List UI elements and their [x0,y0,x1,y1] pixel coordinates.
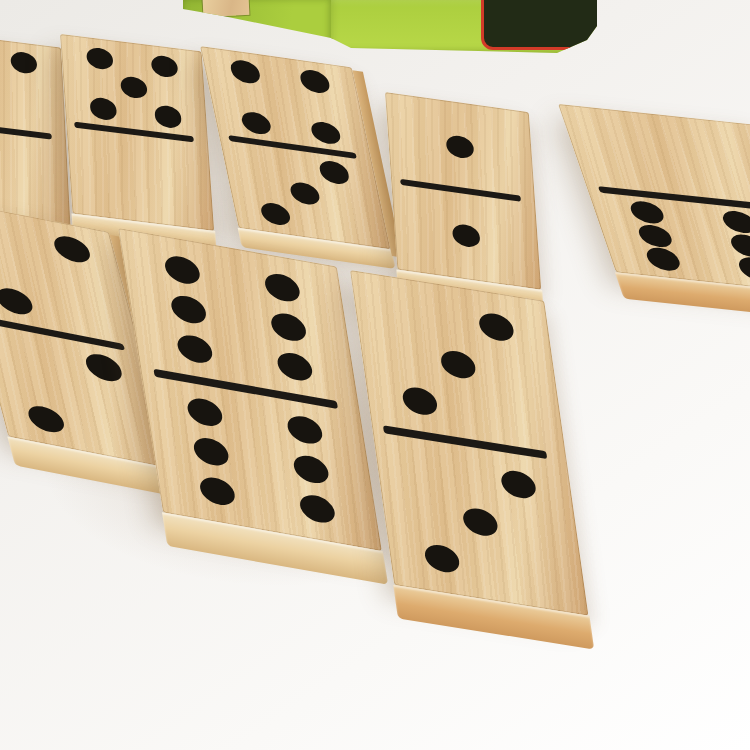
domino-5-0[interactable] [60,34,214,231]
pip [423,542,461,574]
domino-1-1[interactable] [385,92,541,290]
pip [719,209,750,235]
pip [276,351,315,384]
photo-scene: back row L-R: 2|0, 5|0, 4|3, 1|1, 0|6 ; … [0,0,750,750]
pip [736,256,750,282]
dominoes-layer [0,0,750,750]
pip [452,222,481,248]
pip [298,493,337,526]
pip [240,110,273,136]
pip [192,435,231,468]
pip [446,134,475,160]
domino-4-3[interactable] [200,46,390,249]
pip [151,54,179,78]
domino-3-3[interactable] [350,270,588,616]
pip [175,333,214,366]
pip [120,75,148,99]
domino-2-0[interactable] [0,30,71,229]
pip [229,59,262,85]
pip [401,385,439,417]
pip [89,96,117,120]
pip [439,348,477,380]
pip [259,201,292,227]
pip [82,352,124,384]
pip [163,253,202,286]
pip [309,120,342,146]
pip [169,293,208,326]
pip [86,46,114,70]
pip [644,247,684,273]
pip [478,311,516,343]
pip [318,160,351,186]
pip [636,223,676,249]
pip [727,233,750,259]
pip [288,180,321,206]
pip [185,396,224,429]
pip [51,233,93,265]
pip [627,199,667,225]
pip [10,51,37,76]
pip [0,285,35,317]
pip [461,505,499,537]
pip [198,475,237,508]
domino-6-6[interactable] [118,228,382,551]
half-top [0,30,66,138]
pip [500,468,538,500]
domino-0-6[interactable] [558,104,750,293]
pip [263,271,302,304]
pip [298,69,331,95]
pip [25,403,67,435]
pip [286,413,325,446]
pip [154,104,182,128]
pip [270,311,309,344]
pip [292,453,331,486]
